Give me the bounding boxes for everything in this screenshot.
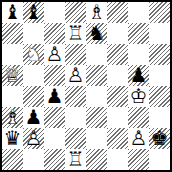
piece-glyph: ♟	[44, 86, 65, 107]
square-e6[interactable]	[86, 44, 107, 65]
piece-white-knight: ♞♘	[23, 44, 44, 65]
square-b4[interactable]	[23, 86, 44, 107]
square-b5[interactable]	[23, 65, 44, 86]
square-b7[interactable]	[23, 23, 44, 44]
square-a4[interactable]	[2, 86, 23, 107]
piece-glyph: ♝	[2, 2, 23, 23]
square-f5[interactable]	[107, 65, 128, 86]
piece-outline: ♗	[2, 107, 23, 128]
square-h1[interactable]	[149, 149, 170, 170]
square-d1[interactable]: ♜♖	[65, 149, 86, 170]
square-c7[interactable]	[44, 23, 65, 44]
piece-black-bishop: ♝	[2, 2, 23, 23]
square-b8[interactable]: ♝	[23, 2, 44, 23]
square-b2[interactable]: ♟♙	[23, 128, 44, 149]
chess-board: ♝♝♝♗♜♖♞♞♘♟♙♛♕♟♙♟♟♚♔♝♗♟♛♟♙♟♙♚♜♖	[0, 0, 172, 172]
square-c3[interactable]	[44, 107, 65, 128]
piece-white-pawn: ♟♙	[128, 128, 149, 149]
square-f3[interactable]	[107, 107, 128, 128]
square-d8[interactable]	[65, 2, 86, 23]
square-f6[interactable]	[107, 44, 128, 65]
square-c4[interactable]: ♟	[44, 86, 65, 107]
square-a7[interactable]	[2, 23, 23, 44]
piece-outline: ♗	[86, 2, 107, 23]
square-a3[interactable]: ♝♗	[2, 107, 23, 128]
square-g5[interactable]: ♟	[128, 65, 149, 86]
piece-black-queen: ♛	[2, 128, 23, 149]
square-f7[interactable]	[107, 23, 128, 44]
piece-white-bishop: ♝♗	[2, 107, 23, 128]
square-a6[interactable]	[2, 44, 23, 65]
piece-white-pawn: ♟♙	[23, 128, 44, 149]
piece-outline: ♙	[65, 65, 86, 86]
square-e5[interactable]	[86, 65, 107, 86]
square-h5[interactable]	[149, 65, 170, 86]
piece-glyph: ♝	[23, 2, 44, 23]
piece-black-knight: ♞	[86, 23, 107, 44]
square-f8[interactable]	[107, 2, 128, 23]
square-f1[interactable]	[107, 149, 128, 170]
piece-black-king: ♚	[149, 128, 170, 149]
piece-black-pawn: ♟	[23, 107, 44, 128]
square-f4[interactable]	[107, 86, 128, 107]
square-g1[interactable]	[128, 149, 149, 170]
piece-glyph: ♞	[86, 23, 107, 44]
piece-glyph: ♟	[128, 65, 149, 86]
piece-glyph: ♛	[2, 128, 23, 149]
square-b6[interactable]: ♞♘	[23, 44, 44, 65]
square-f2[interactable]	[107, 128, 128, 149]
square-c2[interactable]	[44, 128, 65, 149]
square-e4[interactable]	[86, 86, 107, 107]
piece-white-bishop: ♝♗	[86, 2, 107, 23]
square-d7[interactable]: ♜♖	[65, 23, 86, 44]
square-g6[interactable]	[128, 44, 149, 65]
square-c5[interactable]	[44, 65, 65, 86]
piece-white-king: ♚♔	[128, 86, 149, 107]
piece-white-pawn: ♟♙	[65, 65, 86, 86]
square-e8[interactable]: ♝♗	[86, 2, 107, 23]
square-g7[interactable]	[128, 23, 149, 44]
square-d4[interactable]	[65, 86, 86, 107]
piece-black-pawn: ♟	[44, 86, 65, 107]
square-g4[interactable]: ♚♔	[128, 86, 149, 107]
square-h2[interactable]: ♚	[149, 128, 170, 149]
square-d3[interactable]	[65, 107, 86, 128]
square-e2[interactable]	[86, 128, 107, 149]
piece-white-queen: ♛♕	[2, 65, 23, 86]
square-h4[interactable]	[149, 86, 170, 107]
square-h7[interactable]	[149, 23, 170, 44]
piece-outline: ♙	[23, 128, 44, 149]
square-a5[interactable]: ♛♕	[2, 65, 23, 86]
piece-glyph: ♚	[149, 128, 170, 149]
square-h6[interactable]	[149, 44, 170, 65]
square-a2[interactable]: ♛	[2, 128, 23, 149]
piece-outline: ♖	[65, 149, 86, 170]
square-c1[interactable]	[44, 149, 65, 170]
square-e7[interactable]: ♞	[86, 23, 107, 44]
square-h8[interactable]	[149, 2, 170, 23]
piece-outline: ♘	[23, 44, 44, 65]
square-b1[interactable]	[23, 149, 44, 170]
chess-diagram: ♝♝♝♗♜♖♞♞♘♟♙♛♕♟♙♟♟♚♔♝♗♟♛♟♙♟♙♚♜♖	[0, 0, 172, 172]
piece-white-pawn: ♟♙	[44, 44, 65, 65]
piece-glyph: ♟	[23, 107, 44, 128]
square-d5[interactable]: ♟♙	[65, 65, 86, 86]
square-b3[interactable]: ♟	[23, 107, 44, 128]
square-e1[interactable]	[86, 149, 107, 170]
piece-outline: ♔	[128, 86, 149, 107]
piece-white-rook: ♜♖	[65, 149, 86, 170]
square-c6[interactable]: ♟♙	[44, 44, 65, 65]
piece-outline: ♙	[128, 128, 149, 149]
square-d2[interactable]	[65, 128, 86, 149]
piece-outline: ♖	[65, 23, 86, 44]
square-g8[interactable]	[128, 2, 149, 23]
piece-black-bishop: ♝	[23, 2, 44, 23]
piece-outline: ♕	[2, 65, 23, 86]
square-c8[interactable]	[44, 2, 65, 23]
piece-black-pawn: ♟	[128, 65, 149, 86]
square-g2[interactable]: ♟♙	[128, 128, 149, 149]
square-e3[interactable]	[86, 107, 107, 128]
square-d6[interactable]	[65, 44, 86, 65]
piece-outline: ♙	[44, 44, 65, 65]
square-a1[interactable]	[2, 149, 23, 170]
piece-white-rook: ♜♖	[65, 23, 86, 44]
square-h3[interactable]	[149, 107, 170, 128]
square-g3[interactable]	[128, 107, 149, 128]
square-a8[interactable]: ♝	[2, 2, 23, 23]
